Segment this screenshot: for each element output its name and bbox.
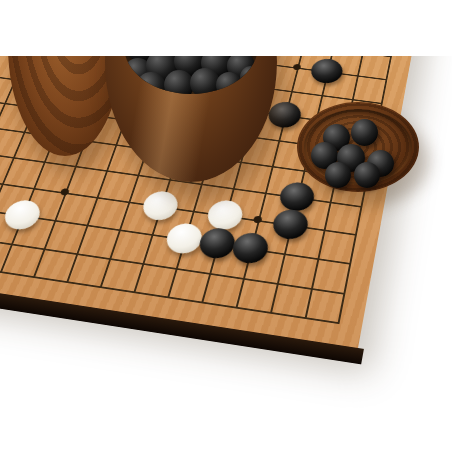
photo-frame	[0, 0, 452, 452]
bowl-black-stone	[216, 72, 242, 94]
bowl-black-stone	[240, 66, 258, 88]
photo-crop-whitespace	[0, 0, 452, 56]
captured-black-stone	[354, 162, 380, 188]
captured-black-stone	[325, 162, 351, 188]
captured-black-stone	[351, 119, 378, 146]
bowl-lid	[297, 102, 419, 192]
bowl-black-stone	[136, 72, 166, 94]
hoshi-point	[292, 63, 301, 70]
